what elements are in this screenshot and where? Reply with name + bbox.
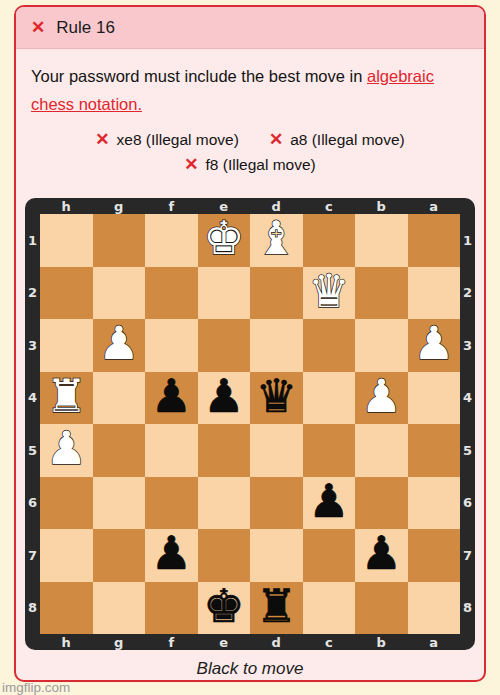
square-e2 <box>198 267 251 320</box>
rank-label-right-1: 1 <box>460 214 475 267</box>
square-e3 <box>198 319 251 372</box>
rule-title: Rule 16 <box>56 18 115 38</box>
file-label-top-b: b <box>355 198 408 214</box>
square-b6 <box>355 477 408 530</box>
file-label-bottom-b: b <box>355 634 408 650</box>
file-label-top-f: f <box>145 198 198 214</box>
square-h4: ♜ <box>40 372 93 425</box>
watermark: imgflip.com <box>2 680 70 695</box>
square-f1 <box>145 214 198 267</box>
error-label: xe8 (Illegal move) <box>117 127 239 152</box>
square-g1 <box>93 214 146 267</box>
square-g8 <box>93 582 146 635</box>
square-b8 <box>355 582 408 635</box>
piece-wR-h4: ♜ <box>46 373 87 419</box>
rank-label-right-8: 8 <box>460 582 475 635</box>
piece-bQ-d4: ♛ <box>256 373 297 419</box>
file-label-bottom-h: h <box>40 634 93 650</box>
square-b3 <box>355 319 408 372</box>
file-label-bottom-a: a <box>408 634 461 650</box>
square-c6: ♟ <box>303 477 356 530</box>
square-e7 <box>198 529 251 582</box>
rank-label-left-2: 2 <box>25 267 40 320</box>
square-a1 <box>408 214 461 267</box>
piece-wP-h5: ♟ <box>46 425 87 471</box>
square-b5 <box>355 424 408 477</box>
rule-text-before-link: Your password must include the best move… <box>31 67 367 85</box>
square-g4 <box>93 372 146 425</box>
piece-bP-b7: ♟ <box>361 530 402 576</box>
square-e8: ♚ <box>198 582 251 635</box>
rule-description: Your password must include the best move… <box>16 49 484 118</box>
chess-board: hgfedcba1♚♝12♛23♟♟34♜♟♟♛♟45♟56♟67♟♟78♚♜8… <box>25 198 475 650</box>
rank-label-left-4: 4 <box>25 372 40 425</box>
piece-bK-e8: ♚ <box>203 583 244 629</box>
square-c2: ♛ <box>303 267 356 320</box>
square-f6 <box>145 477 198 530</box>
square-b4: ♟ <box>355 372 408 425</box>
square-h6 <box>40 477 93 530</box>
error-item-f8: ✕f8 (Illegal move) <box>184 152 316 177</box>
file-label-bottom-g: g <box>93 634 146 650</box>
piece-bP-c6: ♟ <box>308 478 349 524</box>
square-b7: ♟ <box>355 529 408 582</box>
square-a3: ♟ <box>408 319 461 372</box>
piece-wP-a3: ♟ <box>413 320 454 366</box>
error-label: f8 (Illegal move) <box>205 152 315 177</box>
piece-wP-b4: ♟ <box>361 373 402 419</box>
rank-label-left-8: 8 <box>25 582 40 635</box>
file-label-bottom-c: c <box>303 634 356 650</box>
square-d2 <box>250 267 303 320</box>
square-c4 <box>303 372 356 425</box>
rank-label-right-3: 3 <box>460 319 475 372</box>
square-a6 <box>408 477 461 530</box>
file-label-top-c: c <box>303 198 356 214</box>
error-item-a8: ✕a8 (Illegal move) <box>269 127 405 152</box>
rank-label-right-2: 2 <box>460 267 475 320</box>
square-e1: ♚ <box>198 214 251 267</box>
file-label-bottom-f: f <box>145 634 198 650</box>
square-d7 <box>250 529 303 582</box>
piece-bP-f7: ♟ <box>151 530 192 576</box>
square-e5 <box>198 424 251 477</box>
square-a4 <box>408 372 461 425</box>
square-f3 <box>145 319 198 372</box>
square-d3 <box>250 319 303 372</box>
error-label: a8 (Illegal move) <box>290 127 405 152</box>
square-a2 <box>408 267 461 320</box>
square-h5: ♟ <box>40 424 93 477</box>
piece-wQ-c2: ♛ <box>308 268 349 314</box>
file-label-bottom-e: e <box>198 634 251 650</box>
piece-wK-e1: ♚ <box>203 215 244 261</box>
square-g6 <box>93 477 146 530</box>
square-c1 <box>303 214 356 267</box>
error-row-2: ✕f8 (Illegal move) <box>16 152 484 177</box>
rule-card-header: ✕ Rule 16 <box>16 7 484 49</box>
rank-label-left-3: 3 <box>25 319 40 372</box>
rank-label-left-1: 1 <box>25 214 40 267</box>
square-f4: ♟ <box>145 372 198 425</box>
error-item-xe8: ✕xe8 (Illegal move) <box>95 127 239 152</box>
square-f8 <box>145 582 198 635</box>
x-icon: ✕ <box>31 19 45 36</box>
square-f5 <box>145 424 198 477</box>
rank-label-left-5: 5 <box>25 424 40 477</box>
rank-label-right-4: 4 <box>460 372 475 425</box>
x-icon: ✕ <box>269 131 283 148</box>
error-row-1: ✕xe8 (Illegal move) ✕a8 (Illegal move) <box>16 127 484 152</box>
rank-label-right-6: 6 <box>460 477 475 530</box>
square-f7: ♟ <box>145 529 198 582</box>
file-label-top-a: a <box>408 198 461 214</box>
square-c3 <box>303 319 356 372</box>
square-f2 <box>145 267 198 320</box>
rule-card: ✕ Rule 16 Your password must include the… <box>14 5 486 682</box>
piece-bP-f4: ♟ <box>151 373 192 419</box>
square-b2 <box>355 267 408 320</box>
square-h3 <box>40 319 93 372</box>
board-corner <box>25 198 40 214</box>
square-c8 <box>303 582 356 635</box>
piece-wP-g3: ♟ <box>98 320 139 366</box>
square-b1 <box>355 214 408 267</box>
square-e6 <box>198 477 251 530</box>
square-a5 <box>408 424 461 477</box>
x-icon: ✕ <box>95 131 109 148</box>
board-corner <box>25 634 40 650</box>
turn-indicator: Black to move <box>16 659 484 679</box>
square-h2 <box>40 267 93 320</box>
square-d8: ♜ <box>250 582 303 635</box>
board-corner <box>460 198 475 214</box>
board-corner <box>460 634 475 650</box>
rank-label-left-6: 6 <box>25 477 40 530</box>
square-c5 <box>303 424 356 477</box>
square-d5 <box>250 424 303 477</box>
square-h1 <box>40 214 93 267</box>
square-c7 <box>303 529 356 582</box>
file-label-top-g: g <box>93 198 146 214</box>
square-a8 <box>408 582 461 635</box>
square-g5 <box>93 424 146 477</box>
piece-wB-d1: ♝ <box>256 215 297 261</box>
square-a7 <box>408 529 461 582</box>
file-label-top-h: h <box>40 198 93 214</box>
square-g2 <box>93 267 146 320</box>
piece-bP-e4: ♟ <box>203 373 244 419</box>
x-icon: ✕ <box>184 156 198 173</box>
square-h8 <box>40 582 93 635</box>
square-d1: ♝ <box>250 214 303 267</box>
square-d4: ♛ <box>250 372 303 425</box>
file-label-bottom-d: d <box>250 634 303 650</box>
square-e4: ♟ <box>198 372 251 425</box>
square-g3: ♟ <box>93 319 146 372</box>
square-g7 <box>93 529 146 582</box>
rank-label-right-7: 7 <box>460 529 475 582</box>
error-list: ✕xe8 (Illegal move) ✕a8 (Illegal move) ✕… <box>16 127 484 177</box>
piece-bR-d8: ♜ <box>256 583 297 629</box>
rank-label-left-7: 7 <box>25 529 40 582</box>
square-h7 <box>40 529 93 582</box>
square-d6 <box>250 477 303 530</box>
rank-label-right-5: 5 <box>460 424 475 477</box>
